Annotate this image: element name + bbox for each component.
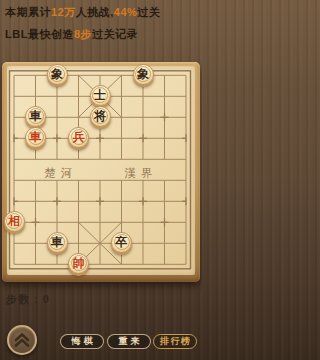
piece-glyph: 将 <box>94 110 106 122</box>
piece-black-elephant[interactable]: 象 <box>133 64 154 85</box>
piece-black-pawn[interactable]: 卒 <box>111 232 132 253</box>
piece-black-elephant[interactable]: 象 <box>47 64 68 85</box>
xiangqi-app-screen: 本期累计12万人挑战,44%过关 LBL最快创造8步过关记录 楚河漢界 象象士車… <box>0 0 202 360</box>
leaderboard-button[interactable]: 排行榜 <box>153 334 197 349</box>
step-count-value: 0 <box>43 293 50 305</box>
piece-glyph: 車 <box>30 131 42 143</box>
piece-glyph: 車 <box>51 236 63 248</box>
piece-black-king[interactable]: 将 <box>90 106 111 127</box>
piece-black-chariot[interactable]: 車 <box>25 106 46 127</box>
step-counter-label: 步数 <box>6 293 30 305</box>
piece-glyph: 士 <box>94 89 106 101</box>
piece-glyph: 車 <box>30 110 42 122</box>
step-counter: 步数 : 0 <box>6 292 50 307</box>
piece-glyph: 象 <box>51 68 63 80</box>
piece-glyph: 帥 <box>73 257 85 269</box>
piece-black-advisor[interactable]: 士 <box>90 85 111 106</box>
piece-black-chariot[interactable]: 車 <box>47 232 68 253</box>
step-counter-separator: : <box>30 293 43 305</box>
chevron-up-icon <box>13 332 31 348</box>
piece-red-king[interactable]: 帥 <box>68 253 89 274</box>
piece-red-chariot[interactable]: 車 <box>25 127 46 148</box>
piece-red-elephant[interactable]: 相 <box>4 211 25 232</box>
piece-glyph: 象 <box>137 68 149 80</box>
piece-red-pawn[interactable]: 兵 <box>68 127 89 148</box>
piece-glyph: 兵 <box>73 131 85 143</box>
collapse-button[interactable] <box>7 325 37 355</box>
undo-button[interactable]: 悔棋 <box>60 334 104 349</box>
restart-button[interactable]: 重来 <box>107 334 151 349</box>
piece-glyph: 卒 <box>116 236 128 248</box>
piece-glyph: 相 <box>8 215 20 227</box>
